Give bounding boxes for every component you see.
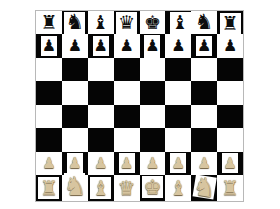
piece-sprite-tile: ♝	[170, 12, 191, 34]
square-a7[interactable]: ♟	[36, 34, 62, 57]
piece-sprite-tile: ♟	[196, 36, 212, 56]
piece-sprite-tile: ♜	[220, 177, 241, 199]
black-pawn[interactable]: ♟	[119, 38, 133, 54]
piece-sprite-tile: ♟	[119, 153, 135, 173]
piece-sprite-tile: ♝	[90, 12, 111, 34]
white-king[interactable]: ♚	[143, 177, 161, 197]
black-rook[interactable]: ♜	[40, 13, 57, 32]
black-pawn[interactable]: ♟	[171, 38, 185, 54]
square-d6[interactable]	[114, 58, 140, 81]
square-c2[interactable]: ♟	[88, 152, 114, 175]
white-pawn[interactable]: ♟	[120, 156, 133, 171]
square-g7[interactable]: ♟	[191, 34, 217, 57]
square-c7[interactable]: ♟	[88, 34, 114, 57]
square-a1[interactable]: ♜	[36, 175, 62, 201]
black-bishop[interactable]: ♝	[172, 13, 189, 32]
square-f2[interactable]: ♟	[165, 152, 191, 175]
square-e8[interactable]: ♚	[140, 11, 166, 34]
square-f6[interactable]	[165, 58, 191, 81]
white-bishop[interactable]: ♝	[169, 178, 187, 198]
white-rook[interactable]: ♜	[40, 178, 58, 198]
square-e5[interactable]	[140, 81, 166, 104]
square-h4[interactable]	[217, 105, 243, 128]
black-pawn[interactable]: ♟	[94, 38, 108, 54]
piece-sprite-tile: ♝	[90, 177, 111, 199]
square-g1[interactable]: ♞	[191, 175, 217, 201]
square-f4[interactable]	[165, 105, 191, 128]
piece-sprite-tile: ♚	[142, 176, 163, 198]
black-king[interactable]: ♚	[144, 13, 161, 32]
square-g4[interactable]	[191, 105, 217, 128]
square-d1[interactable]: ♛	[114, 175, 140, 201]
black-rook[interactable]: ♜	[222, 14, 239, 33]
piece-sprite-tile: ♟	[144, 35, 160, 58]
square-e1[interactable]: ♚	[140, 175, 166, 201]
square-b1[interactable]: ♞	[62, 175, 88, 201]
square-h8[interactable]: ♜	[217, 11, 243, 34]
square-f7[interactable]: ♟	[165, 34, 191, 57]
square-d3[interactable]	[114, 128, 140, 151]
piece-sprite-tile: ♟	[119, 35, 135, 58]
square-f1[interactable]: ♝	[165, 175, 191, 201]
square-g8[interactable]: ♞	[191, 11, 217, 34]
piece-sprite-tile: ♟	[144, 153, 160, 173]
screen: ♜♞♝♛♚♝♞♜♟♟♟♟♟♟♟♟♟♟♟♟♟♟♟♟♜♞♝♛♚♝♞♜	[0, 0, 280, 209]
white-pawn[interactable]: ♟	[172, 156, 185, 171]
square-h2[interactable]: ♟	[217, 152, 243, 175]
black-bishop[interactable]: ♝	[92, 13, 109, 32]
square-f5[interactable]	[165, 81, 191, 104]
square-h5[interactable]	[217, 81, 243, 104]
piece-sprite-tile: ♞	[64, 173, 85, 199]
piece-sprite-tile: ♚	[142, 12, 163, 34]
black-knight[interactable]: ♞	[195, 12, 214, 33]
piece-sprite-tile: ♟	[93, 36, 109, 56]
square-b4[interactable]	[62, 105, 88, 128]
piece-sprite-tile: ♟	[222, 153, 238, 173]
piece-sprite-tile: ♜	[38, 177, 59, 199]
square-a3[interactable]	[36, 128, 62, 151]
piece-sprite-tile: ♟	[67, 36, 83, 56]
piece-sprite-tile: ♟	[170, 153, 186, 173]
square-b3[interactable]	[62, 128, 88, 151]
white-rook[interactable]: ♜	[221, 178, 239, 198]
square-h3[interactable]	[217, 128, 243, 151]
white-bishop[interactable]: ♝	[92, 178, 110, 198]
square-d2[interactable]: ♟	[114, 152, 140, 175]
square-d8[interactable]: ♛	[114, 11, 140, 34]
piece-sprite-tile: ♛	[116, 177, 137, 199]
square-c4[interactable]	[88, 105, 114, 128]
white-queen[interactable]: ♛	[118, 178, 136, 198]
black-queen[interactable]: ♛	[118, 13, 135, 32]
square-e7[interactable]: ♟	[140, 34, 166, 57]
white-pawn[interactable]: ♟	[94, 156, 107, 171]
piece-sprite-tile: ♝	[168, 177, 189, 199]
square-h1[interactable]: ♜	[217, 175, 243, 201]
piece-sprite-tile: ♞	[194, 12, 215, 34]
square-d4[interactable]	[114, 105, 140, 128]
white-knight[interactable]: ♞	[63, 173, 86, 199]
square-c3[interactable]	[88, 128, 114, 151]
square-b8[interactable]: ♞	[62, 11, 88, 34]
square-e2[interactable]: ♟	[140, 152, 166, 175]
white-pawn[interactable]: ♟	[197, 156, 210, 171]
black-pawn[interactable]: ♟	[68, 38, 82, 54]
white-pawn[interactable]: ♟	[223, 156, 236, 171]
white-pawn[interactable]: ♟	[146, 156, 159, 171]
white-pawn[interactable]: ♟	[68, 156, 81, 171]
square-e3[interactable]	[140, 128, 166, 151]
square-c1[interactable]: ♝	[88, 175, 114, 201]
piece-sprite-tile: ♛	[116, 12, 137, 34]
piece-sprite-tile: ♞	[64, 12, 85, 34]
square-f3[interactable]	[165, 128, 191, 151]
white-pawn[interactable]: ♟	[42, 156, 55, 171]
black-pawn[interactable]: ♟	[197, 38, 211, 54]
black-pawn[interactable]: ♟	[42, 38, 56, 54]
square-b6[interactable]	[62, 58, 88, 81]
black-pawn[interactable]: ♟	[145, 38, 159, 54]
square-a4[interactable]	[36, 105, 62, 128]
square-e6[interactable]	[140, 58, 166, 81]
square-b5[interactable]	[62, 81, 88, 104]
piece-sprite-tile: ♜	[220, 13, 241, 35]
square-a2[interactable]: ♟	[36, 152, 62, 175]
square-a5[interactable]	[36, 81, 62, 104]
square-g6[interactable]	[191, 58, 217, 81]
piece-sprite-tile: ♞	[192, 175, 216, 200]
square-d7[interactable]: ♟	[114, 34, 140, 57]
square-h7[interactable]: ♟	[217, 34, 243, 57]
square-g5[interactable]	[191, 81, 217, 104]
piece-sprite-tile: ♟	[222, 36, 238, 56]
square-c5[interactable]	[88, 81, 114, 104]
piece-sprite-tile: ♟	[41, 153, 57, 173]
white-knight[interactable]: ♞	[191, 172, 218, 201]
square-f8[interactable]: ♝	[165, 11, 191, 34]
square-g3[interactable]	[191, 128, 217, 151]
square-a8[interactable]: ♜	[36, 11, 62, 34]
piece-sprite-tile: ♟	[93, 153, 109, 173]
black-pawn[interactable]: ♟	[223, 38, 237, 54]
square-d5[interactable]	[114, 81, 140, 104]
square-h6[interactable]	[217, 58, 243, 81]
square-c6[interactable]	[88, 58, 114, 81]
chess-board: ♜♞♝♛♚♝♞♜♟♟♟♟♟♟♟♟♟♟♟♟♟♟♟♟♜♞♝♛♚♝♞♜	[35, 10, 244, 202]
piece-sprite-tile: ♟	[41, 36, 57, 56]
square-e4[interactable]	[140, 105, 166, 128]
square-c8[interactable]: ♝	[88, 11, 114, 34]
piece-sprite-tile: ♟	[170, 36, 186, 56]
black-knight[interactable]: ♞	[65, 12, 84, 33]
square-a6[interactable]	[36, 58, 62, 81]
square-b7[interactable]: ♟	[62, 34, 88, 57]
piece-sprite-tile: ♜	[38, 12, 59, 34]
